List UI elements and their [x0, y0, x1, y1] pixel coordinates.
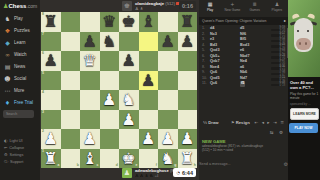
square-d3[interactable]	[100, 110, 120, 130]
square-g5[interactable]	[158, 71, 178, 91]
support-icon: ⓘ	[4, 159, 8, 164]
square-f2[interactable]: ♟	[139, 129, 159, 149]
sidebar-item-label: Watch	[14, 52, 27, 57]
flip-and-settings-icons[interactable]: ⇆ ⚙	[270, 130, 285, 135]
sidebar-item-news[interactable]: ▤News	[4, 61, 25, 71]
learn-icon: ◆	[4, 39, 11, 46]
piece-black-p-g7[interactable]: ♟	[158, 32, 178, 52]
game-actions: ½ Draw ⚑ Resign ⇤ ◂ ▸ ⇥ ≡	[199, 118, 288, 127]
move-timestamps: 6:480:18	[271, 81, 285, 86]
square-a8[interactable]: 8♜	[41, 12, 61, 32]
square-f3[interactable]	[139, 110, 159, 130]
sidebar-item-label: Puzzles	[14, 28, 30, 33]
white-move[interactable]: Qc6	[210, 81, 217, 87]
piece-white-p-c2[interactable]: ♟	[80, 129, 100, 149]
sidebar-item-more[interactable]: ⋯More	[4, 85, 24, 95]
square-g6[interactable]	[158, 51, 178, 71]
collapse-icon: ⇤	[4, 145, 7, 150]
piece-black-p-a6[interactable]: ♟	[41, 51, 61, 71]
square-h6[interactable]	[178, 51, 198, 71]
square-a7[interactable]: 7	[41, 32, 61, 52]
play-tab-icon: ▦	[199, 1, 221, 8]
play-icon: ♞	[4, 15, 11, 22]
ad-sponsor-line: sponsored by: ...	[290, 102, 319, 106]
square-f6[interactable]	[139, 51, 159, 71]
search-input[interactable]: Search	[3, 110, 34, 118]
rank-label: 7	[42, 33, 44, 37]
square-b8[interactable]	[61, 12, 81, 32]
square-h1[interactable]: h♜	[178, 149, 198, 169]
ad-play-now-button[interactable]: PLAY NOW	[289, 123, 318, 133]
piece-white-k-e1[interactable]: ♚	[119, 149, 139, 169]
square-e1[interactable]: e♚	[119, 149, 139, 169]
piece-black-n-d7[interactable]: ♞	[100, 32, 120, 52]
tab-label: Players	[266, 8, 288, 12]
player-clock: ◔6:44	[173, 168, 196, 177]
puzzles-icon: ❖	[4, 27, 11, 34]
square-c5[interactable]	[80, 71, 100, 91]
square-g2[interactable]: ♟	[158, 129, 178, 149]
square-b7[interactable]	[61, 32, 81, 52]
cow-muzzle	[296, 38, 311, 50]
piece-white-p-g2[interactable]: ♟	[158, 129, 178, 149]
piece-black-p-c7[interactable]: ♟	[80, 32, 100, 52]
opponent-rating: (512)	[165, 1, 175, 6]
footer-item-settings[interactable]: ⚙Settings	[4, 151, 23, 158]
footer-item-label: Light UI	[10, 139, 23, 143]
diamond-icon: ♦	[4, 99, 11, 106]
square-c7[interactable]: ♟	[80, 32, 100, 52]
cow-head	[294, 18, 313, 52]
square-f5[interactable]: ♟	[139, 71, 159, 91]
tab-new-game[interactable]: +New Game	[221, 1, 243, 16]
square-b3[interactable]	[61, 110, 81, 130]
ad-learn-more-button[interactable]: LEARN MORE	[290, 108, 319, 120]
draw-button[interactable]: ½ Draw	[203, 118, 219, 127]
square-d6[interactable]	[100, 51, 120, 71]
chess-app: ♟Chess.com ♞Play❖Puzzles◆Learn∞Watch▤New…	[0, 0, 320, 180]
cow-nostril	[299, 42, 301, 45]
new-game-tab-icon: +	[221, 1, 243, 8]
cow-nostril	[305, 42, 307, 45]
piece-white-p-d4[interactable]: ♟	[100, 90, 120, 110]
player-bar: ♟ adewaleboghose (817) ♟ ♟ ♝ ♞ +4 ◔6:44	[122, 167, 196, 179]
move-number: 11.	[202, 81, 207, 87]
square-g3[interactable]	[158, 110, 178, 130]
square-b6[interactable]	[61, 51, 81, 71]
square-h5[interactable]	[178, 71, 198, 91]
cow-horn	[308, 13, 316, 19]
tab-label: New Game	[221, 8, 243, 12]
square-b1[interactable]: b	[61, 149, 81, 169]
square-e2[interactable]	[119, 129, 139, 149]
square-e6[interactable]: ♟	[119, 51, 139, 71]
light-ui-icon: ◐	[4, 138, 8, 143]
ad-panel: Over 40 and own a PC?... Play this game …	[288, 0, 320, 180]
piece-black-q-d8[interactable]: ♛	[100, 12, 120, 32]
move-nav-controls[interactable]: ⇤ ◂ ▸ ⇥ ≡	[254, 118, 285, 127]
sidebar-item-label: Play	[14, 16, 23, 21]
sidebar-item-label: More	[14, 88, 24, 93]
timer-icon: ◔	[176, 170, 180, 175]
tab-play[interactable]: ▦Play	[199, 1, 221, 16]
opponent-bar: ♚ olamideagbaje (512) ♙ ♗ 0:16	[122, 0, 196, 12]
player-avatar[interactable]: ♟	[122, 168, 132, 178]
square-d8[interactable]: ♛	[100, 12, 120, 32]
square-b2[interactable]	[61, 129, 81, 149]
piece-black-r-a8[interactable]: ♜	[41, 12, 61, 32]
square-d5[interactable]	[100, 71, 120, 91]
rank-label: 5	[42, 72, 44, 76]
draw-icon: ½	[203, 120, 207, 125]
sidebar-item-play[interactable]: ♞Play	[4, 13, 23, 23]
piece-white-b-c1[interactable]: ♝	[80, 149, 100, 169]
square-a2[interactable]: 2♟	[41, 129, 61, 149]
sidebar: ♟Chess.com ♞Play❖Puzzles◆Learn∞Watch▤New…	[0, 0, 40, 180]
resign-flag-icon: ⚑	[231, 120, 235, 125]
sidebar-item-watch[interactable]: ∞Watch	[4, 49, 27, 59]
square-d1[interactable]: d	[100, 149, 120, 169]
opening-name[interactable]: Queen's Pawn Opening: Chigorin Variation…	[199, 17, 288, 25]
move-list: 1.d4d59:599:582.Nc3Nf69:579:513.e3Bf59:5…	[199, 26, 288, 87]
ad-subtext: Play this game for 1 minute	[290, 92, 319, 100]
square-f4[interactable]	[139, 90, 159, 110]
square-a6[interactable]: 6♟	[41, 51, 61, 71]
sidebar-item-puzzles[interactable]: ❖Puzzles	[4, 25, 30, 35]
piece-black-p-e6[interactable]: ♟	[119, 51, 139, 71]
piece-black-k-e8[interactable]: ♚	[119, 12, 139, 32]
games-tab-icon: ≣	[244, 1, 266, 8]
black-move[interactable]: f5	[240, 81, 245, 87]
square-e8[interactable]: ♚	[119, 12, 139, 32]
file-label: b	[77, 164, 79, 168]
game-info-line2: (512) • 10 min • rated	[202, 148, 285, 152]
chat-area: NEW GAME adewaleboghose (817) vs. olamid…	[202, 139, 285, 152]
square-h4[interactable]	[178, 90, 198, 110]
square-h7[interactable]: ♟	[178, 32, 198, 52]
piece-black-p-h7[interactable]: ♟	[178, 32, 198, 52]
chesscom-logo[interactable]: ♟Chess.com	[3, 2, 37, 9]
move-row: 11.Qc6f56:480:18	[199, 81, 288, 87]
news-icon: ▤	[4, 63, 11, 70]
piece-white-p-e3[interactable]: ♟	[119, 110, 139, 130]
square-b5[interactable]	[61, 71, 81, 91]
square-c2[interactable]: ♟	[80, 129, 100, 149]
social-icon: ☻	[4, 75, 11, 82]
file-label: d	[116, 164, 118, 168]
rank-label: 3	[42, 111, 44, 115]
square-g1[interactable]: g♞	[158, 149, 178, 169]
sidebar-item-learn[interactable]: ◆Learn	[4, 37, 26, 47]
ad-headline: Over 40 and own a PC?...	[290, 80, 319, 90]
square-f8[interactable]: ♝	[139, 12, 159, 32]
piece-white-n-e4[interactable]: ♞	[119, 90, 139, 110]
chess-board[interactable]: 8♜♛♚♝♜7♟♞♟♟6♟♛♟5♟4♟♞3♟2♟♟♟♟♟1a♜bc♝de♚fg♞…	[41, 12, 197, 168]
resign-button[interactable]: ⚑ Resign	[231, 118, 250, 127]
square-h3[interactable]	[178, 110, 198, 130]
more-icon: ⋯	[4, 87, 11, 94]
piece-black-b-f8[interactable]: ♝	[139, 12, 159, 32]
square-b4[interactable]	[61, 90, 81, 110]
game-panel: ▦Play+New Game≣Games♟Players Queen's Paw…	[199, 0, 288, 180]
square-g7[interactable]: ♟	[158, 32, 178, 52]
square-d2[interactable]	[100, 129, 120, 149]
square-c3[interactable]	[80, 110, 100, 130]
square-d7[interactable]: ♞	[100, 32, 120, 52]
opponent-clock: 0:16	[179, 1, 196, 10]
square-c6[interactable]: ♛	[80, 51, 100, 71]
square-e4[interactable]: ♞	[119, 90, 139, 110]
settings-icon: ⚙	[4, 152, 8, 157]
piece-white-p-a2[interactable]: ♟	[41, 129, 61, 149]
piece-black-p-f5[interactable]: ♟	[139, 71, 159, 91]
tab-players[interactable]: ♟Players	[266, 1, 288, 16]
square-c8[interactable]	[80, 12, 100, 32]
cow-eye	[307, 30, 309, 32]
material-score: +4	[154, 174, 158, 178]
square-g4[interactable]	[158, 90, 178, 110]
players-tab-icon: ♟	[266, 1, 288, 8]
footer-item-support[interactable]: ⓘSupport	[4, 158, 23, 165]
watch-icon: ∞	[4, 51, 11, 58]
sidebar-item-social[interactable]: ☻Social	[4, 73, 26, 83]
footer-item-collapse[interactable]: ⇤Collapse	[4, 144, 24, 151]
footer-item-label: Collapse	[9, 146, 24, 150]
footer-item-light-ui[interactable]: ◐Light UI	[4, 137, 23, 144]
opponent-avatar[interactable]: ♚	[122, 1, 132, 11]
footer-item-label: Support	[10, 160, 23, 164]
sidebar-item-label: News	[14, 64, 25, 69]
square-a4[interactable]: 4	[41, 90, 61, 110]
square-a3[interactable]: 3	[41, 110, 61, 130]
piece-white-q-c6[interactable]: ♛	[80, 51, 100, 71]
square-f7[interactable]	[139, 32, 159, 52]
footer-item-label: Settings	[10, 153, 24, 157]
black-time: 0:18	[271, 84, 285, 87]
square-e5[interactable]	[119, 71, 139, 91]
tab-games[interactable]: ≣Games	[244, 1, 266, 16]
square-d4[interactable]: ♟	[100, 90, 120, 110]
chat-input[interactable]: Send a message...	[199, 160, 279, 169]
square-c4[interactable]	[80, 90, 100, 110]
cow-ad-image[interactable]	[288, 0, 320, 77]
square-e3[interactable]: ♟	[119, 110, 139, 130]
piece-black-r-h8[interactable]: ♜	[178, 12, 198, 32]
sidebar-item-free-trial[interactable]: ♦ Free Trial	[4, 97, 33, 107]
square-f1[interactable]: f	[139, 149, 159, 169]
piece-white-p-f2[interactable]: ♟	[139, 129, 159, 149]
rank-label: 4	[42, 91, 44, 95]
tab-label: Games	[244, 8, 266, 12]
sidebar-item-label: Social	[14, 76, 26, 81]
piece-white-r-h1[interactable]: ♜	[178, 149, 198, 169]
square-h2[interactable]: ♟	[178, 129, 198, 149]
square-a5[interactable]: 5	[41, 71, 61, 91]
opponent-captured-tray: ♙ ♗	[135, 7, 143, 11]
opening-expand-icon[interactable]: ▸	[284, 17, 286, 25]
piece-white-n-g1[interactable]: ♞	[158, 149, 178, 169]
piece-white-p-h2[interactable]: ♟	[178, 129, 198, 149]
sidebar-item-label: Learn	[14, 40, 26, 45]
tab-label: Play	[199, 8, 221, 12]
square-h8[interactable]: ♜	[178, 12, 198, 32]
square-g8[interactable]	[158, 12, 178, 32]
panel-tabs: ▦Play+New Game≣Games♟Players	[199, 1, 288, 16]
piece-white-r-a1[interactable]: ♜	[41, 149, 61, 169]
square-c1[interactable]: c♝	[80, 149, 100, 169]
square-e7[interactable]	[119, 32, 139, 52]
player-captured-tray: ♟ ♟ ♝ ♞ +4	[135, 174, 158, 178]
square-a1[interactable]: 1a♜	[41, 149, 61, 169]
cow-eye	[297, 30, 299, 32]
